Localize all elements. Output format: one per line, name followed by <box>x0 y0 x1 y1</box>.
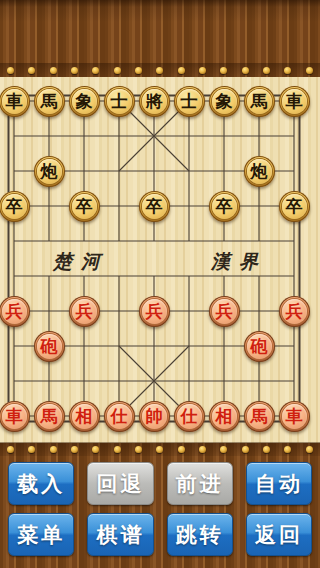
stud-icon <box>50 67 57 74</box>
piece-label: 馬 <box>247 404 272 429</box>
piece-label: 帥 <box>142 404 167 429</box>
piece-black-cannon[interactable]: 炮 <box>34 156 65 187</box>
stud-icon <box>199 67 206 74</box>
piece-label: 車 <box>2 404 27 429</box>
auto-button[interactable]: 自动 <box>246 462 312 505</box>
piece-black-soldier[interactable]: 卒 <box>279 191 310 222</box>
stud-icon <box>220 67 227 74</box>
piece-label: 卒 <box>212 194 237 219</box>
piece-black-horse[interactable]: 馬 <box>34 86 65 117</box>
piece-black-soldier[interactable]: 卒 <box>0 191 30 222</box>
piece-black-horse[interactable]: 馬 <box>244 86 275 117</box>
piece-label: 卒 <box>282 194 307 219</box>
piece-label: 象 <box>212 89 237 114</box>
piece-red-elephant[interactable]: 相 <box>69 401 100 432</box>
stud-icon <box>135 67 142 74</box>
piece-red-horse[interactable]: 馬 <box>244 401 275 432</box>
piece-label: 馬 <box>247 89 272 114</box>
stud-icon <box>114 67 121 74</box>
piece-label: 相 <box>72 404 97 429</box>
stud-icon <box>135 446 142 453</box>
piece-red-chariot[interactable]: 車 <box>279 401 310 432</box>
piece-black-chariot[interactable]: 車 <box>0 86 30 117</box>
piece-label: 相 <box>212 404 237 429</box>
stud-row <box>0 63 320 77</box>
piece-red-elephant[interactable]: 相 <box>209 401 240 432</box>
stud-icon <box>284 67 291 74</box>
stud-icon <box>92 67 99 74</box>
piece-label: 兵 <box>212 299 237 324</box>
back-button[interactable]: 返回 <box>246 513 312 556</box>
stud-icon <box>50 446 57 453</box>
stud-icon <box>242 446 249 453</box>
piece-black-elephant[interactable]: 象 <box>69 86 100 117</box>
piece-label: 炮 <box>247 159 272 184</box>
stud-icon <box>263 67 270 74</box>
piece-black-advisor[interactable]: 士 <box>104 86 135 117</box>
piece-label: 砲 <box>37 334 62 359</box>
stud-icon <box>71 446 78 453</box>
stud-icon <box>199 446 206 453</box>
moves-list-button[interactable]: 棋谱 <box>87 513 153 556</box>
stud-icon <box>242 67 249 74</box>
piece-red-cannon[interactable]: 砲 <box>34 331 65 362</box>
menu-button[interactable]: 菜单 <box>8 513 74 556</box>
piece-red-advisor[interactable]: 仕 <box>174 401 205 432</box>
piece-red-chariot[interactable]: 車 <box>0 401 30 432</box>
piece-red-general[interactable]: 帥 <box>139 401 170 432</box>
piece-black-cannon[interactable]: 炮 <box>244 156 275 187</box>
stud-icon <box>28 67 35 74</box>
river-label-right: 漢界 <box>184 249 294 275</box>
load-button[interactable]: 载入 <box>8 462 74 505</box>
piece-label: 炮 <box>37 159 62 184</box>
stud-icon <box>71 67 78 74</box>
stud-icon <box>92 446 99 453</box>
forward-button[interactable]: 前进 <box>167 462 233 505</box>
piece-label: 馬 <box>37 89 62 114</box>
piece-label: 仕 <box>177 404 202 429</box>
piece-label: 車 <box>282 89 307 114</box>
stud-icon <box>220 446 227 453</box>
stud-icon <box>7 67 14 74</box>
stud-icon <box>7 446 14 453</box>
piece-label: 馬 <box>37 404 62 429</box>
stud-icon <box>156 67 163 74</box>
stud-icon <box>263 446 270 453</box>
stud-icon <box>306 67 313 74</box>
board[interactable]: 楚河 漢界 車馬象士將士象馬車炮炮卒卒卒卒卒兵兵兵兵兵砲砲車馬相仕帥仕相馬車 <box>0 77 320 443</box>
piece-label: 兵 <box>282 299 307 324</box>
stud-icon <box>114 446 121 453</box>
piece-red-soldier[interactable]: 兵 <box>69 296 100 327</box>
piece-label: 卒 <box>2 194 27 219</box>
stud-icon <box>306 446 313 453</box>
piece-label: 車 <box>2 89 27 114</box>
piece-red-advisor[interactable]: 仕 <box>104 401 135 432</box>
piece-label: 將 <box>142 89 167 114</box>
piece-black-general[interactable]: 將 <box>139 86 170 117</box>
piece-black-soldier[interactable]: 卒 <box>139 191 170 222</box>
piece-red-soldier[interactable]: 兵 <box>279 296 310 327</box>
piece-red-soldier[interactable]: 兵 <box>0 296 30 327</box>
stud-icon <box>156 446 163 453</box>
piece-label: 仕 <box>107 404 132 429</box>
jump-button[interactable]: 跳转 <box>167 513 233 556</box>
piece-black-chariot[interactable]: 車 <box>279 86 310 117</box>
river-label-left: 楚河 <box>26 249 136 275</box>
piece-label: 兵 <box>2 299 27 324</box>
piece-label: 士 <box>107 89 132 114</box>
stud-icon <box>284 446 291 453</box>
piece-black-advisor[interactable]: 士 <box>174 86 205 117</box>
piece-label: 士 <box>177 89 202 114</box>
piece-red-cannon[interactable]: 砲 <box>244 331 275 362</box>
piece-label: 卒 <box>72 194 97 219</box>
piece-black-soldier[interactable]: 卒 <box>69 191 100 222</box>
stud-icon <box>178 446 185 453</box>
undo-button[interactable]: 回退 <box>87 462 153 505</box>
piece-label: 車 <box>282 404 307 429</box>
xiangqi-app: 楚河 漢界 車馬象士將士象馬車炮炮卒卒卒卒卒兵兵兵兵兵砲砲車馬相仕帥仕相馬車 载… <box>0 0 320 568</box>
button-row-1: 载入 回退 前进 自动 <box>8 462 312 505</box>
piece-label: 兵 <box>72 299 97 324</box>
piece-label: 卒 <box>142 194 167 219</box>
piece-label: 砲 <box>247 334 272 359</box>
piece-label: 象 <box>72 89 97 114</box>
piece-black-elephant[interactable]: 象 <box>209 86 240 117</box>
stud-row <box>0 442 320 456</box>
button-row-2: 菜单 棋谱 跳转 返回 <box>8 513 312 556</box>
piece-red-soldier[interactable]: 兵 <box>139 296 170 327</box>
piece-label: 兵 <box>142 299 167 324</box>
stud-icon <box>178 67 185 74</box>
stud-icon <box>28 446 35 453</box>
piece-red-soldier[interactable]: 兵 <box>209 296 240 327</box>
piece-black-soldier[interactable]: 卒 <box>209 191 240 222</box>
piece-red-horse[interactable]: 馬 <box>34 401 65 432</box>
